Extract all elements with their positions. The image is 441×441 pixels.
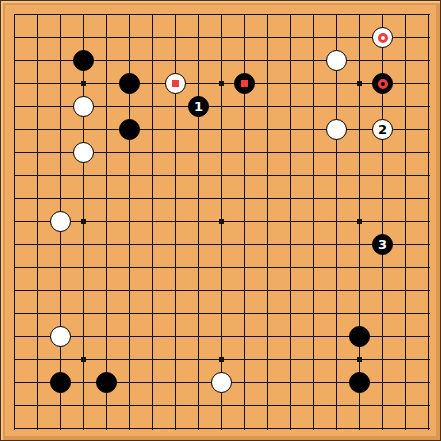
intersection[interactable]	[394, 348, 417, 371]
intersection[interactable]	[118, 394, 141, 417]
intersection[interactable]	[95, 348, 118, 371]
intersection[interactable]	[187, 371, 210, 394]
intersection[interactable]	[3, 417, 26, 440]
intersection[interactable]	[49, 256, 72, 279]
intersection[interactable]	[95, 141, 118, 164]
intersection[interactable]	[141, 348, 164, 371]
intersection[interactable]	[233, 325, 256, 348]
intersection[interactable]	[49, 233, 72, 256]
intersection[interactable]	[49, 279, 72, 302]
intersection[interactable]	[141, 26, 164, 49]
intersection[interactable]	[26, 233, 49, 256]
intersection[interactable]	[187, 394, 210, 417]
intersection[interactable]	[233, 233, 256, 256]
intersection[interactable]	[141, 164, 164, 187]
intersection[interactable]	[371, 371, 394, 394]
intersection[interactable]	[279, 279, 302, 302]
intersection[interactable]	[394, 187, 417, 210]
intersection[interactable]	[417, 233, 440, 256]
intersection[interactable]	[26, 26, 49, 49]
intersection[interactable]	[394, 210, 417, 233]
intersection[interactable]	[95, 95, 118, 118]
intersection[interactable]	[417, 256, 440, 279]
intersection[interactable]	[72, 95, 95, 118]
intersection[interactable]	[72, 394, 95, 417]
intersection[interactable]	[164, 417, 187, 440]
intersection[interactable]	[210, 49, 233, 72]
intersection[interactable]	[417, 118, 440, 141]
intersection[interactable]	[348, 95, 371, 118]
intersection[interactable]	[417, 325, 440, 348]
intersection[interactable]	[210, 118, 233, 141]
intersection[interactable]	[417, 3, 440, 26]
intersection[interactable]	[118, 3, 141, 26]
intersection[interactable]	[371, 187, 394, 210]
intersection[interactable]	[3, 256, 26, 279]
intersection[interactable]	[394, 95, 417, 118]
intersection[interactable]	[417, 26, 440, 49]
intersection[interactable]	[417, 348, 440, 371]
intersection[interactable]	[3, 348, 26, 371]
intersection[interactable]	[3, 394, 26, 417]
intersection[interactable]	[279, 302, 302, 325]
intersection[interactable]	[164, 3, 187, 26]
intersection[interactable]	[164, 141, 187, 164]
intersection[interactable]	[95, 3, 118, 26]
intersection[interactable]	[95, 256, 118, 279]
stone-black[interactable]	[372, 73, 393, 94]
intersection[interactable]	[417, 72, 440, 95]
stone-white[interactable]	[326, 50, 347, 71]
intersection[interactable]	[302, 141, 325, 164]
intersection[interactable]	[187, 348, 210, 371]
intersection[interactable]	[72, 49, 95, 72]
intersection[interactable]	[210, 256, 233, 279]
intersection[interactable]	[279, 348, 302, 371]
intersection[interactable]	[164, 394, 187, 417]
intersection[interactable]	[279, 118, 302, 141]
intersection[interactable]	[118, 302, 141, 325]
intersection[interactable]	[187, 3, 210, 26]
intersection[interactable]	[210, 141, 233, 164]
intersection[interactable]	[141, 187, 164, 210]
intersection[interactable]	[256, 279, 279, 302]
intersection[interactable]	[279, 394, 302, 417]
intersection[interactable]	[3, 26, 26, 49]
intersection[interactable]	[302, 72, 325, 95]
intersection[interactable]	[233, 26, 256, 49]
intersection[interactable]	[371, 141, 394, 164]
intersection[interactable]	[256, 371, 279, 394]
intersection[interactable]	[233, 72, 256, 95]
intersection[interactable]	[210, 187, 233, 210]
intersection[interactable]	[95, 49, 118, 72]
intersection[interactable]	[302, 95, 325, 118]
intersection[interactable]	[164, 49, 187, 72]
intersection[interactable]	[256, 187, 279, 210]
intersection[interactable]	[302, 49, 325, 72]
intersection[interactable]	[49, 95, 72, 118]
intersection[interactable]	[325, 371, 348, 394]
intersection[interactable]	[49, 348, 72, 371]
intersection[interactable]	[26, 371, 49, 394]
intersection[interactable]	[325, 348, 348, 371]
intersection[interactable]	[233, 118, 256, 141]
intersection[interactable]	[72, 141, 95, 164]
intersection[interactable]	[141, 256, 164, 279]
intersection[interactable]	[141, 3, 164, 26]
intersection[interactable]	[95, 394, 118, 417]
intersection[interactable]	[210, 371, 233, 394]
intersection[interactable]	[394, 394, 417, 417]
stone-white[interactable]	[73, 96, 94, 117]
intersection[interactable]	[141, 118, 164, 141]
intersection[interactable]	[3, 210, 26, 233]
intersection[interactable]	[302, 187, 325, 210]
intersection[interactable]	[256, 3, 279, 26]
intersection[interactable]	[417, 302, 440, 325]
intersection[interactable]	[302, 394, 325, 417]
intersection[interactable]	[118, 417, 141, 440]
intersection[interactable]	[49, 417, 72, 440]
intersection[interactable]	[256, 302, 279, 325]
intersection[interactable]	[164, 118, 187, 141]
intersection[interactable]	[394, 233, 417, 256]
intersection[interactable]	[26, 256, 49, 279]
intersection[interactable]	[210, 394, 233, 417]
intersection[interactable]	[187, 279, 210, 302]
stone-black[interactable]: 1	[188, 96, 209, 117]
intersection[interactable]	[118, 118, 141, 141]
intersection[interactable]	[210, 164, 233, 187]
intersection[interactable]	[72, 210, 95, 233]
intersection[interactable]	[26, 3, 49, 26]
intersection[interactable]	[26, 210, 49, 233]
intersection[interactable]	[26, 49, 49, 72]
intersection[interactable]	[49, 3, 72, 26]
intersection[interactable]	[210, 26, 233, 49]
intersection[interactable]	[210, 325, 233, 348]
intersection[interactable]	[348, 49, 371, 72]
intersection[interactable]	[371, 348, 394, 371]
intersection[interactable]	[279, 371, 302, 394]
intersection[interactable]	[187, 26, 210, 49]
intersection[interactable]	[118, 187, 141, 210]
intersection[interactable]	[187, 118, 210, 141]
intersection[interactable]	[210, 302, 233, 325]
intersection[interactable]	[72, 3, 95, 26]
intersection[interactable]	[95, 233, 118, 256]
intersection[interactable]	[325, 95, 348, 118]
intersection[interactable]	[72, 72, 95, 95]
intersection[interactable]	[371, 164, 394, 187]
intersection[interactable]	[394, 164, 417, 187]
intersection[interactable]	[233, 417, 256, 440]
intersection[interactable]	[187, 210, 210, 233]
intersection[interactable]	[325, 187, 348, 210]
intersection[interactable]	[256, 95, 279, 118]
intersection[interactable]	[210, 3, 233, 26]
intersection[interactable]	[394, 302, 417, 325]
stone-black[interactable]	[349, 372, 370, 393]
intersection[interactable]	[49, 26, 72, 49]
intersection[interactable]	[26, 279, 49, 302]
intersection[interactable]	[72, 279, 95, 302]
intersection[interactable]	[394, 3, 417, 26]
intersection[interactable]	[325, 256, 348, 279]
intersection[interactable]	[371, 3, 394, 26]
intersection[interactable]	[164, 302, 187, 325]
intersection[interactable]	[118, 95, 141, 118]
intersection[interactable]	[279, 164, 302, 187]
intersection[interactable]	[3, 302, 26, 325]
intersection[interactable]	[72, 233, 95, 256]
intersection[interactable]	[72, 417, 95, 440]
intersection[interactable]	[233, 371, 256, 394]
intersection[interactable]	[394, 26, 417, 49]
intersection[interactable]	[72, 302, 95, 325]
intersection[interactable]	[164, 187, 187, 210]
intersection[interactable]	[233, 210, 256, 233]
intersection[interactable]	[187, 164, 210, 187]
intersection[interactable]	[164, 26, 187, 49]
intersection[interactable]	[49, 210, 72, 233]
intersection[interactable]	[371, 256, 394, 279]
intersection[interactable]	[26, 348, 49, 371]
intersection[interactable]	[417, 417, 440, 440]
intersection[interactable]	[325, 141, 348, 164]
intersection[interactable]	[141, 371, 164, 394]
intersection[interactable]	[371, 49, 394, 72]
intersection[interactable]	[371, 325, 394, 348]
intersection[interactable]	[279, 256, 302, 279]
intersection[interactable]	[394, 141, 417, 164]
intersection[interactable]	[256, 26, 279, 49]
intersection[interactable]	[49, 325, 72, 348]
intersection[interactable]	[279, 325, 302, 348]
intersection[interactable]	[233, 279, 256, 302]
intersection[interactable]	[3, 118, 26, 141]
intersection[interactable]	[95, 302, 118, 325]
intersection[interactable]	[325, 164, 348, 187]
intersection[interactable]	[371, 279, 394, 302]
intersection[interactable]	[141, 210, 164, 233]
intersection[interactable]: 3	[371, 233, 394, 256]
intersection[interactable]	[371, 26, 394, 49]
intersection[interactable]	[256, 49, 279, 72]
intersection[interactable]	[302, 3, 325, 26]
intersection[interactable]	[302, 302, 325, 325]
intersection[interactable]	[302, 118, 325, 141]
intersection[interactable]	[279, 26, 302, 49]
intersection[interactable]	[279, 210, 302, 233]
intersection[interactable]	[72, 256, 95, 279]
stone-black[interactable]: 3	[372, 234, 393, 255]
stone-white[interactable]	[50, 326, 71, 347]
intersection[interactable]	[256, 72, 279, 95]
intersection[interactable]	[95, 371, 118, 394]
intersection[interactable]	[187, 187, 210, 210]
intersection[interactable]	[256, 233, 279, 256]
intersection[interactable]	[279, 3, 302, 26]
intersection[interactable]	[26, 118, 49, 141]
intersection[interactable]	[233, 95, 256, 118]
intersection[interactable]	[348, 279, 371, 302]
intersection[interactable]	[371, 72, 394, 95]
stone-white[interactable]	[50, 211, 71, 232]
intersection[interactable]	[233, 141, 256, 164]
intersection[interactable]	[164, 95, 187, 118]
intersection[interactable]	[95, 118, 118, 141]
intersection[interactable]	[72, 118, 95, 141]
intersection[interactable]	[3, 233, 26, 256]
intersection[interactable]	[233, 187, 256, 210]
intersection[interactable]	[417, 141, 440, 164]
intersection[interactable]	[256, 348, 279, 371]
intersection[interactable]	[279, 233, 302, 256]
intersection[interactable]: 2	[371, 118, 394, 141]
intersection[interactable]	[348, 187, 371, 210]
stone-black[interactable]	[96, 372, 117, 393]
intersection[interactable]	[49, 394, 72, 417]
intersection[interactable]	[118, 371, 141, 394]
intersection[interactable]	[118, 233, 141, 256]
intersection[interactable]	[325, 279, 348, 302]
stone-black[interactable]	[119, 119, 140, 140]
intersection[interactable]	[417, 164, 440, 187]
intersection[interactable]	[302, 210, 325, 233]
intersection[interactable]	[348, 394, 371, 417]
intersection[interactable]	[348, 233, 371, 256]
intersection[interactable]	[3, 3, 26, 26]
intersection[interactable]	[210, 95, 233, 118]
intersection[interactable]	[325, 233, 348, 256]
intersection[interactable]	[348, 325, 371, 348]
intersection[interactable]	[3, 187, 26, 210]
intersection[interactable]	[417, 371, 440, 394]
intersection[interactable]	[3, 49, 26, 72]
intersection[interactable]	[26, 72, 49, 95]
intersection[interactable]	[348, 256, 371, 279]
intersection[interactable]	[325, 3, 348, 26]
intersection[interactable]	[72, 187, 95, 210]
intersection[interactable]	[417, 394, 440, 417]
intersection[interactable]	[279, 417, 302, 440]
intersection[interactable]	[26, 95, 49, 118]
intersection[interactable]	[256, 141, 279, 164]
stone-white[interactable]: 2	[372, 119, 393, 140]
intersection[interactable]	[348, 118, 371, 141]
intersection[interactable]	[141, 417, 164, 440]
intersection[interactable]	[3, 141, 26, 164]
intersection[interactable]	[417, 187, 440, 210]
intersection[interactable]	[348, 3, 371, 26]
intersection[interactable]	[371, 95, 394, 118]
intersection[interactable]	[141, 49, 164, 72]
intersection[interactable]	[371, 210, 394, 233]
intersection[interactable]	[325, 72, 348, 95]
intersection[interactable]	[187, 233, 210, 256]
intersection[interactable]	[3, 279, 26, 302]
intersection[interactable]: 1	[187, 95, 210, 118]
intersection[interactable]	[26, 164, 49, 187]
stone-white[interactable]	[165, 73, 186, 94]
intersection[interactable]	[210, 233, 233, 256]
intersection[interactable]	[164, 325, 187, 348]
intersection[interactable]	[256, 325, 279, 348]
intersection[interactable]	[233, 348, 256, 371]
intersection[interactable]	[325, 210, 348, 233]
intersection[interactable]	[325, 118, 348, 141]
intersection[interactable]	[233, 302, 256, 325]
intersection[interactable]	[417, 279, 440, 302]
intersection[interactable]	[371, 417, 394, 440]
stone-white[interactable]	[211, 372, 232, 393]
intersection[interactable]	[95, 210, 118, 233]
intersection[interactable]	[279, 95, 302, 118]
intersection[interactable]	[302, 256, 325, 279]
intersection[interactable]	[325, 49, 348, 72]
intersection[interactable]	[371, 394, 394, 417]
intersection[interactable]	[256, 417, 279, 440]
stone-black[interactable]	[234, 73, 255, 94]
stone-white[interactable]	[326, 119, 347, 140]
intersection[interactable]	[118, 164, 141, 187]
intersection[interactable]	[3, 72, 26, 95]
intersection[interactable]	[141, 72, 164, 95]
intersection[interactable]	[325, 302, 348, 325]
intersection[interactable]	[348, 210, 371, 233]
stone-white[interactable]	[372, 27, 393, 48]
intersection[interactable]	[72, 164, 95, 187]
intersection[interactable]	[210, 417, 233, 440]
intersection[interactable]	[325, 26, 348, 49]
intersection[interactable]	[3, 95, 26, 118]
intersection[interactable]	[279, 141, 302, 164]
intersection[interactable]	[394, 49, 417, 72]
intersection[interactable]	[256, 210, 279, 233]
intersection[interactable]	[325, 417, 348, 440]
intersection[interactable]	[325, 325, 348, 348]
intersection[interactable]	[256, 256, 279, 279]
intersection[interactable]	[26, 417, 49, 440]
intersection[interactable]	[302, 371, 325, 394]
intersection[interactable]	[26, 325, 49, 348]
intersection[interactable]	[187, 49, 210, 72]
intersection[interactable]	[394, 371, 417, 394]
intersection[interactable]	[394, 279, 417, 302]
intersection[interactable]	[279, 72, 302, 95]
intersection[interactable]	[95, 72, 118, 95]
intersection[interactable]	[118, 72, 141, 95]
intersection[interactable]	[3, 371, 26, 394]
intersection[interactable]	[256, 164, 279, 187]
intersection[interactable]	[95, 279, 118, 302]
intersection[interactable]	[210, 348, 233, 371]
intersection[interactable]	[26, 187, 49, 210]
intersection[interactable]	[49, 118, 72, 141]
intersection[interactable]	[95, 187, 118, 210]
intersection[interactable]	[164, 233, 187, 256]
intersection[interactable]	[118, 256, 141, 279]
intersection[interactable]	[72, 348, 95, 371]
intersection[interactable]	[26, 302, 49, 325]
intersection[interactable]	[233, 256, 256, 279]
intersection[interactable]	[118, 26, 141, 49]
stone-black[interactable]	[73, 50, 94, 71]
intersection[interactable]	[164, 256, 187, 279]
intersection[interactable]	[187, 256, 210, 279]
